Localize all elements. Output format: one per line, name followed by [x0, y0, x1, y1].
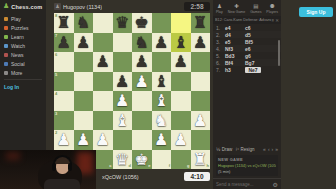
- piece-white-pawn[interactable]: ♟: [132, 72, 152, 92]
- opponent-bar: ♟ Hugopov (1134) 2:58: [54, 2, 210, 11]
- piece-black-pawn[interactable]: ♟: [113, 72, 133, 92]
- headphones-left-cup: [52, 163, 56, 171]
- board-square-f8[interactable]: [152, 13, 172, 33]
- move-white-1[interactable]: e4: [225, 25, 245, 31]
- move-nav: « ‹ › »: [263, 146, 278, 152]
- board-square-d1[interactable]: d♛: [113, 150, 133, 170]
- piece-white-pawn[interactable]: ♟: [113, 91, 133, 111]
- learn-icon: [4, 35, 8, 39]
- logo-text: Chess.com: [11, 4, 42, 10]
- sidebar-item-social[interactable]: Social: [0, 59, 46, 68]
- chat-new-game-header: NEW GAME: [218, 157, 276, 162]
- board-square-d3[interactable]: ♝: [113, 111, 133, 131]
- piece-white-pawn[interactable]: ♟: [191, 111, 211, 131]
- play-icon: [4, 17, 8, 21]
- board-square-h1[interactable]: h♜: [191, 150, 211, 170]
- move-black-6[interactable]: Bg7: [245, 60, 265, 66]
- panel-tabs: ♟Play✚New Game▤Games⚉Players: [213, 0, 281, 16]
- board-square-d4[interactable]: ♟: [113, 91, 133, 111]
- flag-icon: ⚐: [235, 147, 239, 152]
- sidebar-item-watch[interactable]: Watch: [0, 41, 46, 50]
- board-square-h6[interactable]: [191, 52, 211, 72]
- piece-white-pawn[interactable]: ♟: [171, 130, 191, 150]
- piece-white-king[interactable]: ♚: [132, 150, 152, 170]
- board-square-d6[interactable]: [113, 52, 133, 72]
- board-square-g5[interactable]: [171, 72, 191, 92]
- piece-black-bishop[interactable]: ♝: [171, 33, 191, 53]
- board-square-c2[interactable]: ♟: [93, 130, 113, 150]
- streamer-body: [44, 179, 80, 189]
- move-row: 2.d4d5: [213, 31, 281, 38]
- board-square-h8[interactable]: ♜: [191, 13, 211, 33]
- board-square-c7[interactable]: [93, 33, 113, 53]
- chesscom-live-page: ♟ Chess.com PlayPuzzlesLearnWatchNewsSoc…: [0, 0, 336, 189]
- piece-white-queen[interactable]: ♛: [113, 150, 133, 170]
- login-label: Log In: [4, 84, 19, 90]
- piece-black-rook[interactable]: ♜: [191, 13, 211, 33]
- draw-icon: ½: [216, 147, 220, 152]
- sidebar-divider: [4, 79, 42, 80]
- board-square-h7[interactable]: ♟: [191, 33, 211, 53]
- sidebar-item-more[interactable]: More: [0, 68, 46, 77]
- piece-white-pawn[interactable]: ♟: [74, 130, 94, 150]
- board-square-e3[interactable]: [132, 111, 152, 131]
- sign-up-button[interactable]: Sign Up: [299, 7, 333, 17]
- chat-input-row: Send a message... ⚙: [213, 178, 281, 189]
- piece-black-knight[interactable]: ♞: [74, 13, 94, 33]
- board-square-e6[interactable]: ♟: [132, 52, 152, 72]
- move-row: 1.e4c6: [213, 24, 281, 31]
- board-square-g2[interactable]: ♟: [171, 130, 191, 150]
- close-icon[interactable]: ✕: [275, 18, 279, 23]
- board-square-c8[interactable]: [93, 13, 113, 33]
- board-square-f1[interactable]: f: [152, 150, 172, 170]
- piece-black-pawn[interactable]: ♟: [54, 33, 74, 53]
- board-square-e8[interactable]: ♚: [132, 13, 152, 33]
- board-square-c3[interactable]: [93, 111, 113, 131]
- piece-black-pawn[interactable]: ♟: [93, 52, 113, 72]
- board-square-f4[interactable]: ♝: [152, 91, 172, 111]
- move-white-5[interactable]: Bd3: [225, 53, 245, 59]
- piece-white-rook[interactable]: ♜: [191, 150, 211, 170]
- watch-icon: [4, 44, 8, 48]
- board-square-c6[interactable]: ♟: [93, 52, 113, 72]
- sidebar-item-play[interactable]: Play: [0, 14, 46, 23]
- move-white-4[interactable]: Nf3: [225, 46, 245, 52]
- board-square-e5[interactable]: ♟: [132, 72, 152, 92]
- prev-move-button[interactable]: ‹: [268, 146, 270, 152]
- board-square-g4[interactable]: [171, 91, 191, 111]
- move-row: 6.Bf4Bg7: [213, 59, 281, 66]
- expand-icon[interactable]: ≡: [272, 18, 275, 23]
- tab-new-game[interactable]: ✚New Game: [228, 3, 246, 14]
- board-square-e4[interactable]: [132, 91, 152, 111]
- chat-matchup: Hugopov (1134) vs xQcOW (1056): [218, 163, 276, 168]
- game-panel: ♟Play✚New Game▤Games⚉Players B12: Caro-K…: [213, 0, 281, 189]
- white-clock: 4:10: [184, 172, 210, 181]
- board-square-b8[interactable]: ♞: [74, 13, 94, 33]
- board-square-g7[interactable]: ♝: [171, 33, 191, 53]
- sidebar-item-puzzles[interactable]: Puzzles: [0, 23, 46, 32]
- webcam-red-glow: [6, 152, 20, 160]
- piece-black-pawn[interactable]: ♟: [152, 33, 172, 53]
- opponent-avatar[interactable]: ♟: [54, 3, 61, 10]
- piece-white-bishop[interactable]: ♝: [152, 91, 172, 111]
- games-icon: ▤: [253, 3, 258, 9]
- piece-black-pawn[interactable]: ♟: [132, 52, 152, 72]
- board-square-a6[interactable]: 6: [54, 52, 74, 72]
- last-move-button[interactable]: »: [275, 146, 278, 152]
- panel-spacer: [213, 73, 281, 144]
- game-controls: ½ Draw ⚐ Resign « ‹ › »: [213, 144, 281, 154]
- board-square-b5[interactable]: [74, 72, 94, 92]
- resign-button[interactable]: ⚐ Resign: [235, 147, 254, 152]
- board-square-e2[interactable]: [132, 130, 152, 150]
- chess-board[interactable]: 8♜♞♛♚♜7♟♟♞♟♝♟6♟♟♟5♟♟♝4♟♝3♝♞♟2♟♟♟♟♟1a♜b♞c…: [54, 13, 210, 169]
- opening-name: B12: Caro-Kann Defense: Advance Variatio…: [215, 18, 271, 22]
- piece-black-queen[interactable]: ♛: [113, 13, 133, 33]
- move-white-3[interactable]: e5: [225, 39, 245, 45]
- board-square-c4[interactable]: [93, 91, 113, 111]
- board-square-d5[interactable]: ♟: [113, 72, 133, 92]
- tab-play[interactable]: ♟Play: [216, 3, 223, 14]
- move-black-5[interactable]: g6: [245, 53, 265, 59]
- new-game-icon: ✚: [234, 3, 239, 9]
- move-row: 3.e5Bf5: [213, 38, 281, 45]
- board-square-f2[interactable]: ♟: [152, 130, 172, 150]
- news-icon: [4, 53, 8, 57]
- headphones-right-cup: [68, 163, 72, 171]
- piece-white-pawn[interactable]: ♟: [54, 130, 74, 150]
- piece-white-bishop[interactable]: ♝: [113, 111, 133, 131]
- piece-black-rook[interactable]: ♜: [54, 13, 74, 33]
- social-icon: [4, 62, 8, 66]
- chat-message: NEW GAME Hugopov (1134) vs xQcOW (1056) …: [216, 155, 278, 176]
- move-white-2[interactable]: d4: [225, 32, 245, 38]
- player-name: xQcOW (1056): [102, 174, 139, 180]
- black-clock: 2:58: [184, 2, 210, 11]
- board-square-e7[interactable]: ♞: [132, 33, 152, 53]
- board-square-f5[interactable]: ♝: [152, 72, 172, 92]
- board-square-a4[interactable]: 4: [54, 91, 74, 111]
- board-square-a8[interactable]: 8♜: [54, 13, 74, 33]
- board-square-h3[interactable]: ♟: [191, 111, 211, 131]
- move-white-7[interactable]: h3: [225, 67, 245, 73]
- piece-black-pawn[interactable]: ♟: [171, 52, 191, 72]
- piece-white-pawn[interactable]: ♟: [93, 130, 113, 150]
- piece-black-knight[interactable]: ♞: [132, 33, 152, 53]
- opponent-name: Hugopov (1134): [63, 4, 102, 10]
- chat-time-control: (5 min): [218, 169, 276, 174]
- board-square-a7[interactable]: 7♟: [54, 33, 74, 53]
- board-square-a5[interactable]: 5: [54, 72, 74, 92]
- board-square-h4[interactable]: [191, 91, 211, 111]
- board-square-f3[interactable]: ♞: [152, 111, 172, 131]
- sidebar-item-login[interactable]: Log In: [0, 82, 46, 91]
- board-square-b3[interactable]: [74, 111, 94, 131]
- board-square-d7[interactable]: [113, 33, 133, 53]
- piece-black-pawn[interactable]: ♟: [74, 33, 94, 53]
- board-square-d2[interactable]: [113, 130, 133, 150]
- board-square-g3[interactable]: [171, 111, 191, 131]
- next-move-button[interactable]: ›: [272, 146, 274, 152]
- chat-input[interactable]: Send a message...: [216, 182, 271, 187]
- board-square-f7[interactable]: ♟: [152, 33, 172, 53]
- players-icon: ⚉: [270, 3, 275, 9]
- piece-white-pawn[interactable]: ♟: [152, 130, 172, 150]
- board-square-g8[interactable]: [171, 13, 191, 33]
- board-square-h5[interactable]: [191, 72, 211, 92]
- sidebar-menu: PlayPuzzlesLearnWatchNewsSocialMore: [0, 14, 46, 77]
- board-square-c5[interactable]: [93, 72, 113, 92]
- more-icon: [4, 71, 8, 75]
- move-black-2[interactable]: d5: [245, 32, 265, 38]
- board-square-b4[interactable]: [74, 91, 94, 111]
- move-list: 1.e4c62.d4d53.e5Bf54.Nf3e65.Bd3g66.Bf4Bg…: [213, 24, 281, 73]
- board-square-a2[interactable]: 2♟: [54, 130, 74, 150]
- play-icon: ♟: [217, 3, 222, 9]
- tab-players[interactable]: ⚉Players: [266, 3, 278, 14]
- move-row: 4.Nf3e6: [213, 45, 281, 52]
- sidebar-item-learn[interactable]: Learn: [0, 32, 46, 41]
- move-row: 5.Bd3g6: [213, 52, 281, 59]
- board-square-g6[interactable]: ♟: [171, 52, 191, 72]
- chesscom-logo[interactable]: ♟ Chess.com: [0, 0, 46, 14]
- gear-icon[interactable]: ⚙: [273, 181, 278, 188]
- first-move-button[interactable]: «: [263, 146, 266, 152]
- move-black-3[interactable]: Bf5: [245, 39, 265, 45]
- board-square-a3[interactable]: 3: [54, 111, 74, 131]
- webcam-overlay: [0, 150, 96, 189]
- board-square-b6[interactable]: [74, 52, 94, 72]
- board-square-d8[interactable]: ♛: [113, 13, 133, 33]
- board-square-e1[interactable]: e♚: [132, 150, 152, 170]
- piece-white-knight[interactable]: ♞: [152, 111, 172, 131]
- tab-games[interactable]: ▤Games: [250, 3, 261, 14]
- opening-row: B12: Caro-Kann Defense: Advance Variatio…: [213, 16, 281, 24]
- board-square-b7[interactable]: ♟: [74, 33, 94, 53]
- board-square-h2[interactable]: [191, 130, 211, 150]
- logo-pawn-icon: ♟: [3, 3, 9, 10]
- move-list-scrollbar[interactable]: [278, 40, 280, 66]
- piece-black-king[interactable]: ♚: [132, 13, 152, 33]
- move-black-1[interactable]: c6: [245, 25, 265, 31]
- piece-black-pawn[interactable]: ♟: [191, 33, 211, 53]
- piece-black-bishop[interactable]: ♝: [152, 72, 172, 92]
- draw-button[interactable]: ½ Draw: [216, 147, 232, 152]
- move-black-4[interactable]: e6: [245, 46, 265, 52]
- puzzles-icon: [4, 26, 8, 30]
- move-row: 7.h3Ne7: [213, 66, 281, 73]
- sidebar-item-news[interactable]: News: [0, 50, 46, 59]
- move-white-6[interactable]: Bf4: [225, 60, 245, 66]
- move-black-7[interactable]: Ne7: [245, 67, 261, 73]
- board-square-b2[interactable]: ♟: [74, 130, 94, 150]
- board-square-g1[interactable]: g: [171, 150, 191, 170]
- board-square-f6[interactable]: [152, 52, 172, 72]
